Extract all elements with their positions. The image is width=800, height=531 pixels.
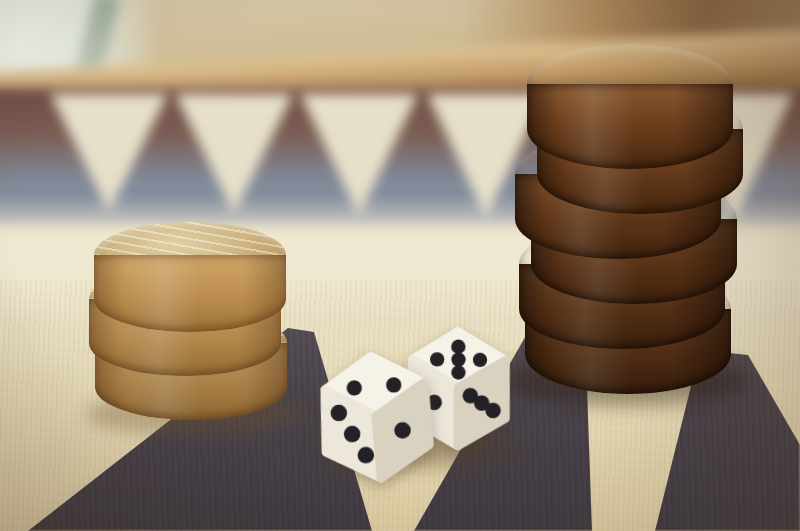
dark-checker — [527, 44, 733, 169]
checker-side — [94, 255, 286, 332]
backgammon-board-photo — [0, 0, 800, 531]
checker-side — [527, 84, 733, 169]
pieces-layer — [0, 0, 800, 531]
die-left — [306, 337, 446, 496]
light-checker — [94, 222, 286, 332]
